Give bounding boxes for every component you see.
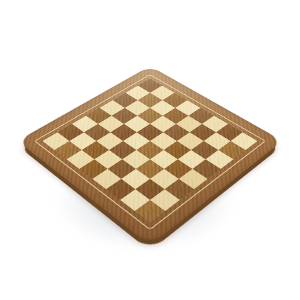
product-photo (0, 0, 300, 300)
perspective-scene (0, 0, 300, 300)
chessboard (17, 66, 283, 246)
board-3d-wrapper (17, 66, 283, 246)
playing-field (43, 79, 258, 223)
